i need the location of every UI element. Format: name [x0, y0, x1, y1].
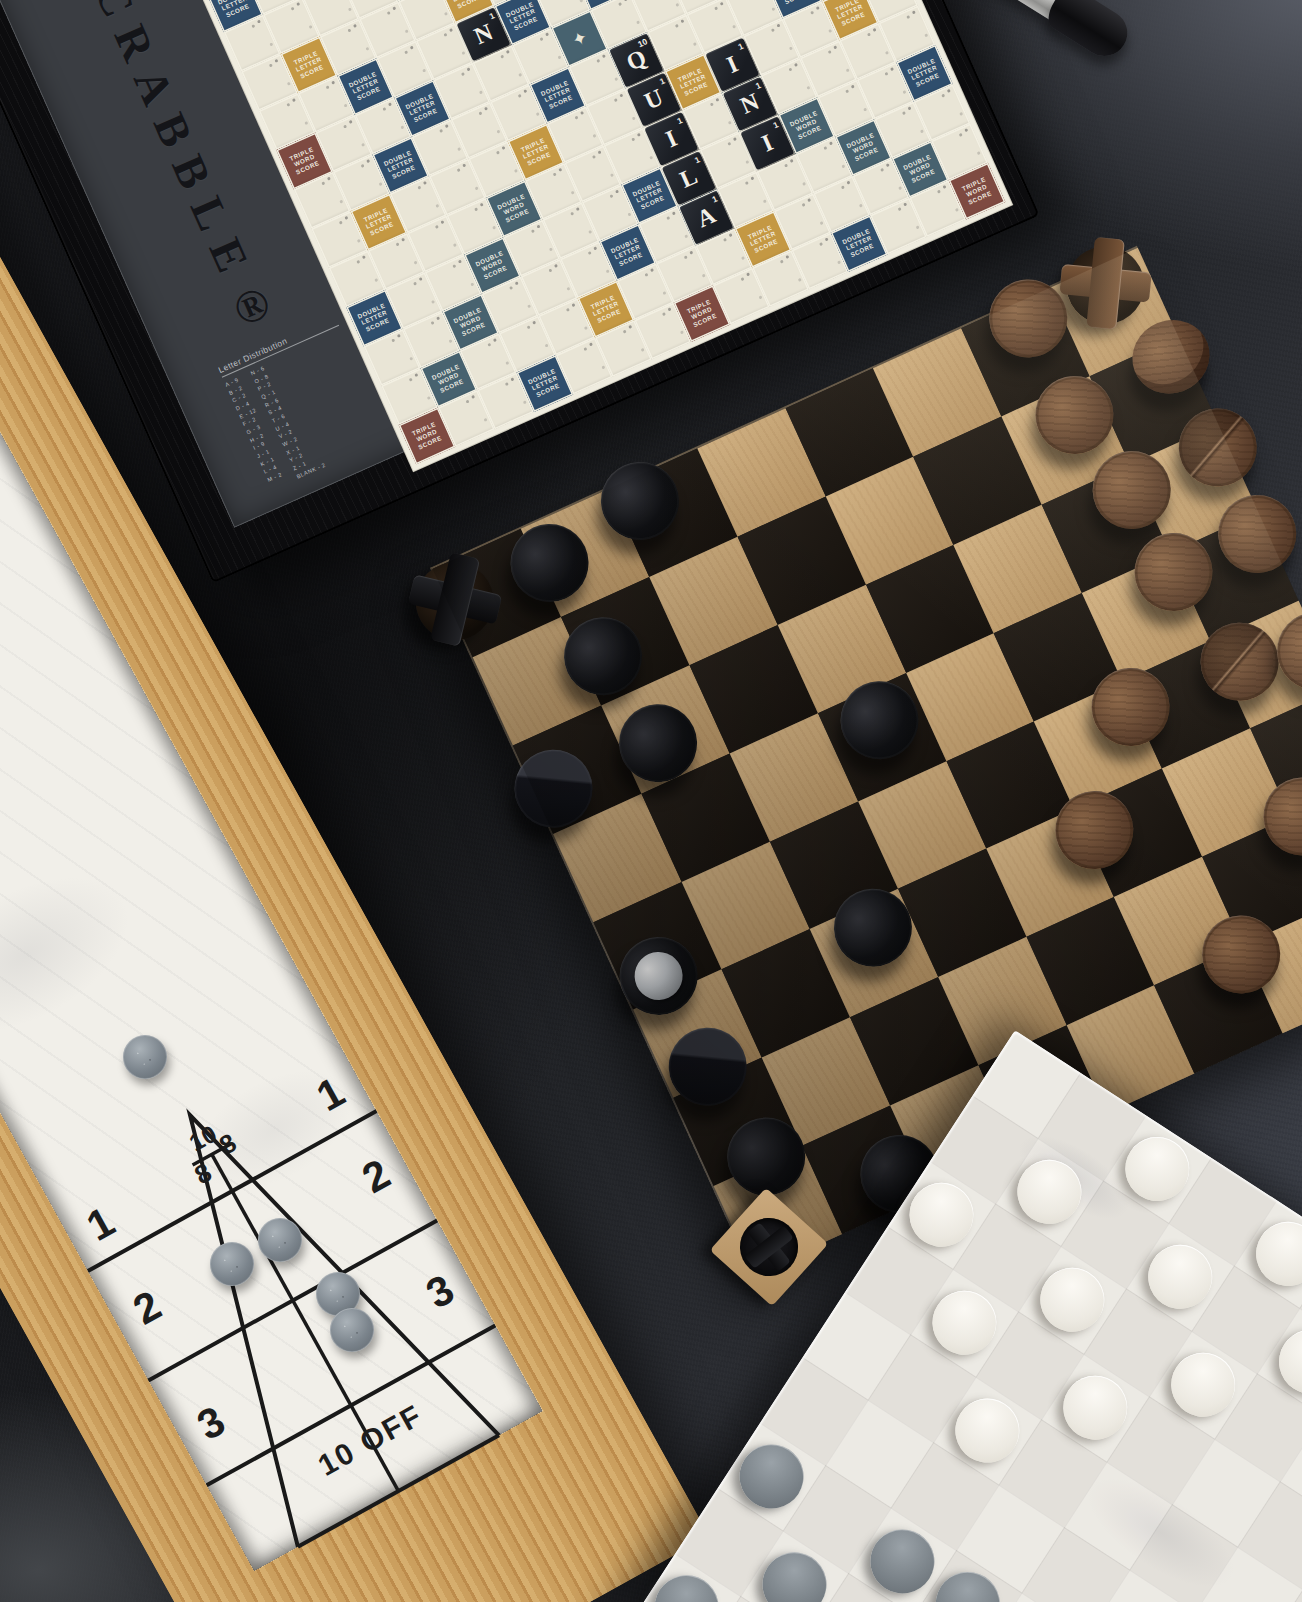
marble-white-disc[interactable]	[943, 1386, 1032, 1475]
checkers-brown-x-piece[interactable]	[1057, 234, 1155, 332]
marble-white-disc[interactable]	[1136, 1233, 1225, 1322]
marble-white-disc[interactable]	[1159, 1340, 1248, 1429]
marble-white-disc[interactable]	[1267, 1318, 1302, 1407]
marble-gray-disc[interactable]	[750, 1540, 839, 1602]
shuffleboard-puck[interactable]	[123, 1035, 167, 1079]
marble-white-disc[interactable]	[1051, 1363, 1140, 1452]
shuffleboard-puck[interactable]	[258, 1218, 302, 1262]
marble-gray-disc[interactable]	[858, 1517, 947, 1602]
table-surface: SCRABBLE® Letter Distribution A - 9 B - …	[0, 0, 1302, 1602]
marble-gray-disc[interactable]	[642, 1563, 731, 1602]
shuffleboard-triangle	[41, 1026, 557, 1597]
marble-white-disc[interactable]	[1028, 1255, 1117, 1344]
pen-grip	[1042, 0, 1136, 65]
marble-gray-disc[interactable]	[727, 1432, 816, 1521]
shuffleboard-puck[interactable]	[210, 1242, 254, 1286]
shuffleboard-puck[interactable]	[330, 1308, 374, 1352]
marble-white-disc[interactable]	[920, 1278, 1009, 1367]
marble-white-disc[interactable]	[1005, 1148, 1094, 1237]
marble-white-disc[interactable]	[1113, 1125, 1202, 1214]
marble-white-disc[interactable]	[1244, 1210, 1302, 1299]
marble-gray-disc[interactable]	[924, 1560, 1013, 1602]
